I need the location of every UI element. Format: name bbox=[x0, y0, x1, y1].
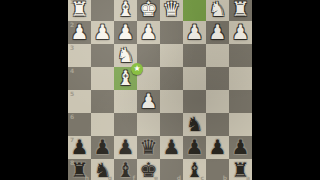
square-g3[interactable] bbox=[91, 44, 114, 67]
square-a3[interactable] bbox=[229, 44, 252, 67]
square-b8[interactable]: b bbox=[206, 159, 229, 180]
file-label-d: d bbox=[177, 175, 181, 180]
file-label-e: e bbox=[154, 175, 158, 180]
square-g5[interactable] bbox=[91, 90, 114, 113]
letterbox-left bbox=[0, 0, 68, 180]
square-h6[interactable]: 6 bbox=[68, 113, 91, 136]
square-e7[interactable]: ♛ bbox=[137, 136, 160, 159]
rank-label-1: 1 bbox=[70, 0, 74, 5]
square-d8[interactable]: d bbox=[160, 159, 183, 180]
square-e1[interactable]: ♚ bbox=[137, 0, 160, 21]
rank-label-5: 5 bbox=[70, 91, 74, 97]
square-b6[interactable] bbox=[206, 113, 229, 136]
square-a8[interactable]: ♜a bbox=[229, 159, 252, 180]
file-label-c: c bbox=[200, 175, 204, 180]
file-label-b: b bbox=[223, 175, 227, 180]
square-b5[interactable] bbox=[206, 90, 229, 113]
white-pawn-f2: ♟ bbox=[114, 21, 137, 44]
square-b3[interactable] bbox=[206, 44, 229, 67]
square-e6[interactable] bbox=[137, 113, 160, 136]
square-f5[interactable] bbox=[114, 90, 137, 113]
white-pawn-b2: ♟ bbox=[206, 21, 229, 44]
rank-label-6: 6 bbox=[70, 114, 74, 120]
square-c7[interactable]: ♟ bbox=[183, 136, 206, 159]
square-b2[interactable]: ♟ bbox=[206, 21, 229, 44]
black-pawn-c7: ♟ bbox=[183, 136, 206, 159]
square-c2[interactable]: ♟ bbox=[183, 21, 206, 44]
file-label-h: h bbox=[85, 175, 89, 180]
square-d5[interactable] bbox=[160, 90, 183, 113]
black-pawn-a7: ♟ bbox=[229, 136, 252, 159]
square-h8[interactable]: ♜8h bbox=[68, 159, 91, 180]
square-b7[interactable]: ♟ bbox=[206, 136, 229, 159]
square-d4[interactable] bbox=[160, 67, 183, 90]
square-h5[interactable]: 5 bbox=[68, 90, 91, 113]
square-e2[interactable]: ♟ bbox=[137, 21, 160, 44]
square-g7[interactable]: ♟ bbox=[91, 136, 114, 159]
square-d2[interactable] bbox=[160, 21, 183, 44]
square-a7[interactable]: ♟ bbox=[229, 136, 252, 159]
square-d7[interactable]: ♟ bbox=[160, 136, 183, 159]
square-a4[interactable] bbox=[229, 67, 252, 90]
file-label-f: f bbox=[132, 175, 135, 180]
square-f7[interactable]: ♟ bbox=[114, 136, 137, 159]
rank-label-8: 8 bbox=[70, 160, 74, 166]
rank-label-7: 7 bbox=[70, 137, 74, 143]
square-d6[interactable] bbox=[160, 113, 183, 136]
rank-label-3: 3 bbox=[70, 45, 74, 51]
square-d3[interactable] bbox=[160, 44, 183, 67]
white-rook-a1: ♜ bbox=[229, 0, 252, 21]
white-pawn-g2: ♟ bbox=[91, 21, 114, 44]
square-b1[interactable]: ♞ bbox=[206, 0, 229, 21]
black-pawn-g7: ♟ bbox=[91, 136, 114, 159]
file-label-a: a bbox=[246, 175, 250, 180]
black-pawn-b7: ♟ bbox=[206, 136, 229, 159]
letterbox-right bbox=[252, 0, 320, 180]
square-h2[interactable]: ♟2 bbox=[68, 21, 91, 44]
square-g4[interactable] bbox=[91, 67, 114, 90]
square-h7[interactable]: ♟7 bbox=[68, 136, 91, 159]
square-f2[interactable]: ♟ bbox=[114, 21, 137, 44]
square-c4[interactable] bbox=[183, 67, 206, 90]
square-a5[interactable] bbox=[229, 90, 252, 113]
square-f6[interactable] bbox=[114, 113, 137, 136]
white-pawn-a2: ♟ bbox=[229, 21, 252, 44]
star-icon: ★ bbox=[131, 63, 143, 75]
white-pawn-e5: ♟ bbox=[137, 90, 160, 113]
square-c8[interactable]: ♝c bbox=[183, 159, 206, 180]
video-frame: ★ ♜1♝♚♛♞♜♟2♟♟♟♟♟♟3♞4♝5♟6♞♟7♟♟♛♟♟♟♟♜8h♞g♝… bbox=[0, 0, 320, 180]
black-knight-c6: ♞ bbox=[183, 113, 206, 136]
square-f1[interactable]: ♝ bbox=[114, 0, 137, 21]
black-queen-e7: ♛ bbox=[137, 136, 160, 159]
square-d1[interactable]: ♛ bbox=[160, 0, 183, 21]
white-pawn-e2: ♟ bbox=[137, 21, 160, 44]
square-g6[interactable] bbox=[91, 113, 114, 136]
white-king-e1: ♚ bbox=[137, 0, 160, 21]
square-c6[interactable]: ♞ bbox=[183, 113, 206, 136]
file-label-g: g bbox=[108, 175, 112, 180]
white-queen-d1: ♛ bbox=[160, 0, 183, 21]
square-h1[interactable]: ♜1 bbox=[68, 0, 91, 21]
square-g8[interactable]: ♞g bbox=[91, 159, 114, 180]
square-c1[interactable] bbox=[183, 0, 206, 21]
black-pawn-f7: ♟ bbox=[114, 136, 137, 159]
black-pawn-d7: ♟ bbox=[160, 136, 183, 159]
white-pawn-c2: ♟ bbox=[183, 21, 206, 44]
white-knight-b1: ♞ bbox=[206, 0, 229, 21]
square-a6[interactable] bbox=[229, 113, 252, 136]
square-a1[interactable]: ♜ bbox=[229, 0, 252, 21]
white-bishop-f1: ♝ bbox=[114, 0, 137, 21]
square-c3[interactable] bbox=[183, 44, 206, 67]
board: ★ ♜1♝♚♛♞♜♟2♟♟♟♟♟♟3♞4♝5♟6♞♟7♟♟♛♟♟♟♟♜8h♞g♝… bbox=[68, 0, 252, 180]
square-e5[interactable]: ♟ bbox=[137, 90, 160, 113]
square-f8[interactable]: ♝f bbox=[114, 159, 137, 180]
square-e8[interactable]: ♚e bbox=[137, 159, 160, 180]
square-b4[interactable] bbox=[206, 67, 229, 90]
rank-label-2: 2 bbox=[70, 22, 74, 28]
square-h3[interactable]: 3 bbox=[68, 44, 91, 67]
square-g1[interactable] bbox=[91, 0, 114, 21]
square-a2[interactable]: ♟ bbox=[229, 21, 252, 44]
rank-label-4: 4 bbox=[70, 68, 74, 74]
square-h4[interactable]: 4 bbox=[68, 67, 91, 90]
square-g2[interactable]: ♟ bbox=[91, 21, 114, 44]
square-c5[interactable] bbox=[183, 90, 206, 113]
best-move-badge: ★ bbox=[131, 63, 143, 75]
